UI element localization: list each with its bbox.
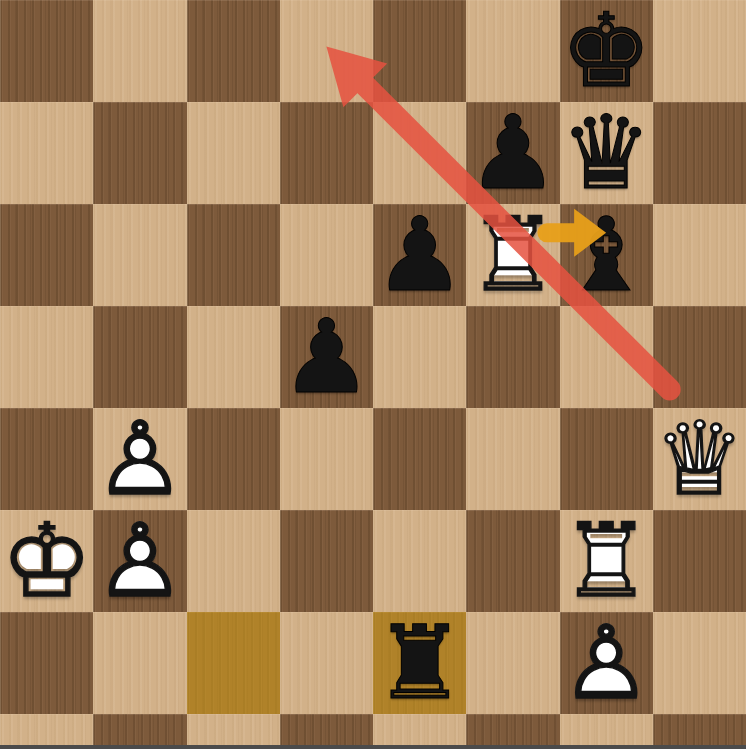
square-h6[interactable] [653,204,746,306]
black-bishop[interactable]: ♝ [560,204,651,306]
black-king[interactable]: ♚ [560,0,651,102]
black-queen[interactable]: ♛ [560,102,651,204]
square-a1[interactable] [0,714,93,745]
black-rook[interactable]: ♜ [374,612,465,714]
square-f1[interactable] [466,714,559,745]
square-f4[interactable] [466,408,559,510]
square-b3[interactable]: ♟♙ [93,510,186,612]
square-g7[interactable]: ♛ [560,102,653,204]
square-e4[interactable] [373,408,466,510]
square-d8[interactable] [280,0,373,102]
square-g8[interactable]: ♚ [560,0,653,102]
square-b7[interactable] [93,102,186,204]
square-f8[interactable] [466,0,559,102]
square-d1[interactable] [280,714,373,745]
square-b4[interactable]: ♟♙ [93,408,186,510]
square-h8[interactable] [653,0,746,102]
square-g3[interactable]: ♜♖ [560,510,653,612]
square-e8[interactable] [373,0,466,102]
square-a2[interactable] [0,612,93,714]
square-b6[interactable] [93,204,186,306]
square-h1[interactable] [653,714,746,745]
square-a8[interactable] [0,0,93,102]
square-f7[interactable]: ♟ [466,102,559,204]
white-rook[interactable]: ♜♖ [467,204,558,306]
black-pawn[interactable]: ♟ [374,204,465,306]
square-f6[interactable]: ♜♖ [466,204,559,306]
square-b5[interactable] [93,306,186,408]
square-c7[interactable] [187,102,280,204]
square-d6[interactable] [280,204,373,306]
square-h2[interactable] [653,612,746,714]
square-d5[interactable]: ♟ [280,306,373,408]
white-pawn[interactable]: ♟♙ [560,612,651,714]
square-a4[interactable] [0,408,93,510]
square-h3[interactable] [653,510,746,612]
black-pawn[interactable]: ♟ [467,102,558,204]
chess-board[interactable]: ♚♟♛♟♜♖♝♟♟♙♛♕♚♔♟♙♜♖♜♟♙ [0,0,746,745]
square-c4[interactable] [187,408,280,510]
square-b2[interactable] [93,612,186,714]
square-b8[interactable] [93,0,186,102]
square-e6[interactable]: ♟ [373,204,466,306]
square-a6[interactable] [0,204,93,306]
square-c5[interactable] [187,306,280,408]
square-d7[interactable] [280,102,373,204]
square-d4[interactable] [280,408,373,510]
square-b1[interactable] [93,714,186,745]
white-queen[interactable]: ♛♕ [654,408,745,510]
square-f3[interactable] [466,510,559,612]
black-pawn[interactable]: ♟ [281,306,372,408]
square-g6[interactable]: ♝ [560,204,653,306]
square-c8[interactable] [187,0,280,102]
last-move-highlight [187,612,280,714]
square-c6[interactable] [187,204,280,306]
square-d2[interactable] [280,612,373,714]
square-c3[interactable] [187,510,280,612]
square-f2[interactable] [466,612,559,714]
board-grid: ♚♟♛♟♜♖♝♟♟♙♛♕♚♔♟♙♜♖♜♟♙ [0,0,746,745]
white-king[interactable]: ♚♔ [1,510,92,612]
square-g4[interactable] [560,408,653,510]
white-rook[interactable]: ♜♖ [560,510,651,612]
square-c2[interactable] [187,612,280,714]
square-h7[interactable] [653,102,746,204]
square-e2[interactable]: ♜ [373,612,466,714]
square-e3[interactable] [373,510,466,612]
square-g5[interactable] [560,306,653,408]
square-a5[interactable] [0,306,93,408]
square-f5[interactable] [466,306,559,408]
square-g2[interactable]: ♟♙ [560,612,653,714]
square-e7[interactable] [373,102,466,204]
square-d3[interactable] [280,510,373,612]
square-h4[interactable]: ♛♕ [653,408,746,510]
square-e5[interactable] [373,306,466,408]
square-c1[interactable] [187,714,280,745]
screenshot: ♚♟♛♟♜♖♝♟♟♙♛♕♚♔♟♙♜♖♜♟♙ [0,0,746,749]
bottom-bar [0,745,746,749]
square-h5[interactable] [653,306,746,408]
square-a7[interactable] [0,102,93,204]
white-pawn[interactable]: ♟♙ [94,408,185,510]
square-a3[interactable]: ♚♔ [0,510,93,612]
white-pawn[interactable]: ♟♙ [94,510,185,612]
